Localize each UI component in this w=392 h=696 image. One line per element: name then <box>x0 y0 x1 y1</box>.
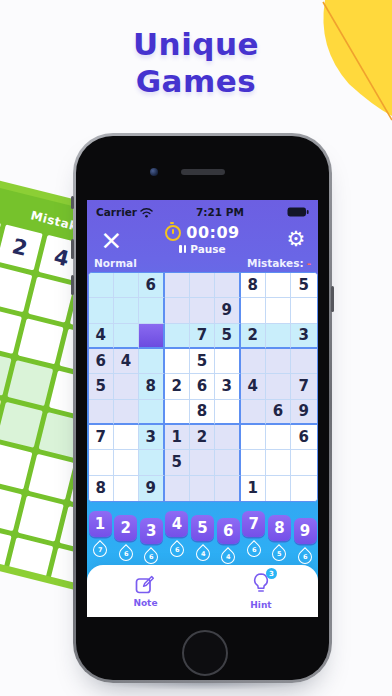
sudoku-cell[interactable] <box>266 324 291 349</box>
numpad-button-7[interactable]: 7 <box>242 511 265 537</box>
sudoku-cell[interactable] <box>241 298 266 323</box>
sudoku-grid: 6859475236455826347869731265891 <box>88 272 318 502</box>
numpad-button-9[interactable]: 9 <box>294 518 317 544</box>
remaining-count-badge: 6 <box>116 544 136 564</box>
timer-block: 00:09 Pause <box>131 223 274 255</box>
volume-down-button <box>71 275 74 295</box>
decor-cell <box>7 360 53 406</box>
pencil-square-icon <box>134 574 156 596</box>
sudoku-cell[interactable] <box>139 450 164 475</box>
sudoku-cell[interactable] <box>165 324 190 349</box>
sudoku-cell[interactable] <box>89 298 114 323</box>
sudoku-cell[interactable] <box>241 400 266 425</box>
sudoku-cell[interactable]: 9 <box>291 400 316 425</box>
sudoku-cell[interactable] <box>139 298 164 323</box>
decor-cell <box>18 496 64 542</box>
remaining-count-badge: 4 <box>193 544 213 564</box>
pause-button[interactable]: Pause <box>179 243 225 255</box>
mistakes-label: Mistakes: <box>247 257 304 269</box>
decor-cell <box>7 537 53 583</box>
clock-label: 7:21 PM <box>196 206 244 218</box>
sudoku-cell[interactable] <box>266 374 291 399</box>
sudoku-cell[interactable]: 8 <box>190 400 215 425</box>
sudoku-cell[interactable]: 2 <box>165 374 190 399</box>
decor-cell <box>0 443 32 489</box>
sudoku-cell[interactable] <box>190 476 215 501</box>
sudoku-cell[interactable]: 5 <box>165 450 190 475</box>
decor-cell <box>28 277 74 323</box>
sudoku-cell[interactable] <box>165 298 190 323</box>
sudoku-cell[interactable] <box>165 476 190 501</box>
numpad-button-6[interactable]: 6 <box>217 518 240 544</box>
numpad-button-4[interactable]: 4 <box>165 511 188 537</box>
sudoku-cell[interactable] <box>215 450 240 475</box>
pause-label: Pause <box>190 243 225 255</box>
sudoku-cell[interactable] <box>89 400 114 425</box>
sudoku-cell[interactable] <box>266 349 291 374</box>
decor-cell <box>28 454 74 500</box>
sudoku-cell[interactable]: 6 <box>190 374 215 399</box>
sudoku-cell[interactable]: 9 <box>139 476 164 501</box>
sudoku-cell[interactable] <box>291 450 316 475</box>
sudoku-cell[interactable] <box>165 273 190 298</box>
sudoku-cell[interactable] <box>291 298 316 323</box>
sudoku-cell[interactable]: 2 <box>190 425 215 450</box>
sudoku-cell[interactable] <box>114 298 139 323</box>
status-bar: Carrier 7:21 PM <box>87 200 318 222</box>
note-button[interactable]: Note <box>133 574 157 608</box>
carrier-label: Carrier <box>96 206 137 218</box>
title-line-1: Unique <box>0 26 392 63</box>
settings-button[interactable]: ⚙ <box>274 229 318 250</box>
earpiece-speaker <box>181 169 225 175</box>
game-header: × 00:09 Pause ⚙ <box>87 222 318 256</box>
mute-switch <box>71 196 74 209</box>
sudoku-cell[interactable]: 8 <box>139 374 164 399</box>
numpad-button-5[interactable]: 5 <box>191 515 214 541</box>
numpad-button-3[interactable]: 3 <box>140 518 163 544</box>
sudoku-cell[interactable] <box>215 349 240 374</box>
page-title: Unique Games <box>0 26 392 100</box>
sudoku-cell[interactable] <box>266 298 291 323</box>
sudoku-cell[interactable] <box>139 349 164 374</box>
remaining-count-badge: 6 <box>244 540 264 560</box>
pause-icon <box>179 245 186 253</box>
sudoku-cell[interactable] <box>266 273 291 298</box>
decor-cell <box>0 402 43 448</box>
sudoku-cell[interactable]: 6 <box>266 400 291 425</box>
remaining-count-badge: 6 <box>167 540 187 560</box>
numpad-button-8[interactable]: 8 <box>268 515 291 541</box>
numpad-button-1[interactable]: 1 <box>89 511 112 537</box>
sudoku-cell[interactable] <box>165 400 190 425</box>
note-label: Note <box>133 598 157 608</box>
sudoku-cell[interactable] <box>139 400 164 425</box>
sudoku-cell[interactable]: 6 <box>89 349 114 374</box>
sudoku-cell[interactable] <box>215 400 240 425</box>
sudoku-cell[interactable] <box>241 425 266 450</box>
phone-mockup: Carrier 7:21 PM × <box>73 133 332 683</box>
sudoku-cell[interactable] <box>190 273 215 298</box>
sudoku-cell[interactable]: 4 <box>89 324 114 349</box>
sudoku-cell[interactable]: 3 <box>215 374 240 399</box>
sudoku-cell[interactable] <box>266 476 291 501</box>
sudoku-cell[interactable] <box>266 450 291 475</box>
decor-cell <box>0 266 32 312</box>
remaining-count-badge: 4 <box>218 547 238 567</box>
battery-icon <box>287 207 309 217</box>
sudoku-cell[interactable] <box>215 425 240 450</box>
sudoku-cell[interactable]: 8 <box>241 273 266 298</box>
sudoku-cell[interactable]: 8 <box>89 476 114 501</box>
numpad: 172636465464768596 <box>89 511 317 557</box>
sudoku-cell[interactable] <box>114 450 139 475</box>
sudoku-cell[interactable]: 6 <box>139 273 164 298</box>
sudoku-cell[interactable] <box>114 324 139 349</box>
sudoku-cell[interactable]: 5 <box>291 273 316 298</box>
remaining-count-badge: 7 <box>90 540 110 560</box>
sudoku-cell[interactable] <box>266 425 291 450</box>
sudoku-cell[interactable]: 4 <box>241 374 266 399</box>
app-screen: Carrier 7:21 PM × <box>87 200 318 617</box>
front-camera <box>150 168 158 176</box>
hint-count-badge: 3 <box>266 568 277 579</box>
sudoku-cell[interactable] <box>215 476 240 501</box>
sudoku-cell[interactable] <box>139 324 164 349</box>
sudoku-cell[interactable] <box>114 273 139 298</box>
difficulty-label: Normal <box>94 257 137 269</box>
meta-row: Normal Mistakes: - <box>87 256 318 270</box>
hint-button[interactable]: 3 Hint <box>250 572 271 610</box>
sudoku-cell[interactable]: 3 <box>291 324 316 349</box>
decor-cell <box>18 318 64 364</box>
home-button <box>182 630 228 676</box>
sudoku-cell[interactable] <box>114 476 139 501</box>
sudoku-cell[interactable] <box>114 425 139 450</box>
sudoku-cell[interactable]: 5 <box>215 324 240 349</box>
sudoku-cell[interactable] <box>291 476 316 501</box>
title-line-2: Games <box>0 63 392 100</box>
sudoku-cell[interactable]: 7 <box>291 374 316 399</box>
sudoku-cell[interactable] <box>89 273 114 298</box>
wifi-icon <box>140 207 153 218</box>
power-button <box>331 286 334 312</box>
volume-up-button <box>71 239 74 259</box>
sudoku-cell[interactable] <box>190 298 215 323</box>
remaining-count-badge: 6 <box>141 547 161 567</box>
bottom-toolbar: Note 3 Hint <box>87 565 318 617</box>
sudoku-cell[interactable]: 3 <box>139 425 164 450</box>
remaining-count-badge: 5 <box>269 544 289 564</box>
sudoku-cell[interactable] <box>114 374 139 399</box>
numpad-button-2[interactable]: 2 <box>114 515 137 541</box>
sudoku-cell[interactable] <box>241 349 266 374</box>
phone-bezel: Carrier 7:21 PM × <box>76 136 329 680</box>
sudoku-cell[interactable] <box>215 273 240 298</box>
sudoku-cell[interactable]: 7 <box>190 324 215 349</box>
sudoku-cell[interactable] <box>241 450 266 475</box>
sudoku-cell[interactable]: 1 <box>165 425 190 450</box>
sudoku-cell[interactable]: 5 <box>190 349 215 374</box>
close-button[interactable]: × <box>87 226 131 253</box>
remaining-count-badge: 6 <box>295 547 315 567</box>
mistakes-value: - <box>307 257 311 269</box>
sudoku-cell[interactable]: 5 <box>89 374 114 399</box>
sudoku-cell[interactable]: 7 <box>89 425 114 450</box>
sudoku-cell[interactable] <box>291 349 316 374</box>
sudoku-cell[interactable]: 6 <box>291 425 316 450</box>
sudoku-cell[interactable] <box>89 450 114 475</box>
app-store-screenshot: Unique Games Mistakes: 24789 Carrier <box>0 0 392 696</box>
stopwatch-icon <box>165 225 181 241</box>
sudoku-cell[interactable]: 9 <box>215 298 240 323</box>
decor-cell: 2 <box>0 224 43 270</box>
timer-value: 00:09 <box>186 223 239 242</box>
sudoku-cell[interactable]: 4 <box>114 349 139 374</box>
sudoku-cell[interactable] <box>190 450 215 475</box>
sudoku-cell[interactable] <box>165 349 190 374</box>
hint-label: Hint <box>250 600 271 610</box>
sudoku-cell[interactable] <box>114 400 139 425</box>
sudoku-cell[interactable]: 2 <box>241 324 266 349</box>
sudoku-cell[interactable]: 1 <box>241 476 266 501</box>
